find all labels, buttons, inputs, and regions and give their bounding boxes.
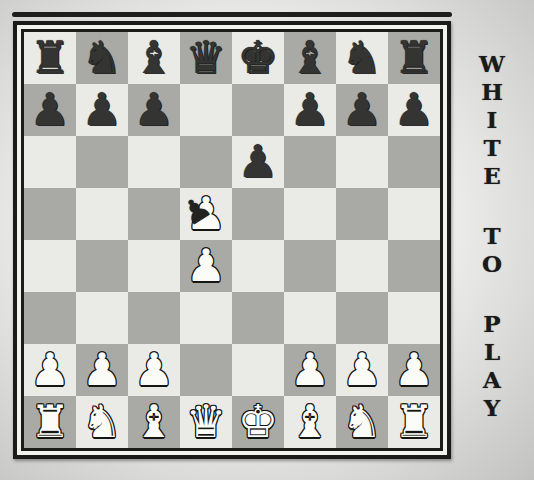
square-f4[interactable] [284, 240, 336, 292]
square-h8[interactable]: ♜ [388, 32, 440, 84]
white-knight: ♞ [76, 396, 128, 448]
square-h5[interactable] [388, 188, 440, 240]
game-screen: ♜♞♝♛♚♝♞♜♟♟♟♟♟♟♟♟♟♟♟♟♟♟♟♟♜♞♝♛♚♝♞♜ WHITETO… [0, 0, 534, 480]
square-g2[interactable]: ♟ [336, 344, 388, 396]
square-b4[interactable] [76, 240, 128, 292]
square-c6[interactable] [128, 136, 180, 188]
status-word-play: PLAY [483, 310, 501, 422]
square-c1[interactable]: ♝ [128, 396, 180, 448]
square-f8[interactable]: ♝ [284, 32, 336, 84]
square-g8[interactable]: ♞ [336, 32, 388, 84]
square-e4[interactable] [232, 240, 284, 292]
white-rook: ♜ [24, 396, 76, 448]
square-g3[interactable] [336, 292, 388, 344]
square-e7[interactable] [232, 84, 284, 136]
square-d5[interactable]: ♟♟ [180, 188, 232, 240]
square-b2[interactable]: ♟ [76, 344, 128, 396]
screen-edge-line [12, 12, 452, 17]
black-bishop: ♝ [128, 32, 180, 84]
status-letter: Y [484, 394, 500, 422]
square-h3[interactable] [388, 292, 440, 344]
status-word-to: TO [482, 222, 502, 278]
square-a3[interactable] [24, 292, 76, 344]
square-a1[interactable]: ♜ [24, 396, 76, 448]
square-b1[interactable]: ♞ [76, 396, 128, 448]
square-a2[interactable]: ♟ [24, 344, 76, 396]
square-e2[interactable] [232, 344, 284, 396]
square-f2[interactable]: ♟ [284, 344, 336, 396]
board-grid: ♜♞♝♛♚♝♞♜♟♟♟♟♟♟♟♟♟♟♟♟♟♟♟♟♜♞♝♛♚♝♞♜ [24, 32, 440, 448]
square-h1[interactable]: ♜ [388, 396, 440, 448]
square-c3[interactable] [128, 292, 180, 344]
square-g4[interactable] [336, 240, 388, 292]
square-d1[interactable]: ♛ [180, 396, 232, 448]
square-a6[interactable] [24, 136, 76, 188]
square-b8[interactable]: ♞ [76, 32, 128, 84]
status-letter: A [483, 366, 501, 394]
square-c7[interactable]: ♟ [128, 84, 180, 136]
square-d6[interactable] [180, 136, 232, 188]
status-letter: T [483, 222, 500, 250]
black-pawn: ♟ [232, 136, 284, 188]
status-letter: H [481, 78, 503, 106]
white-knight: ♞ [336, 396, 388, 448]
white-queen: ♛ [180, 396, 232, 448]
square-f3[interactable] [284, 292, 336, 344]
square-c8[interactable]: ♝ [128, 32, 180, 84]
square-a8[interactable]: ♜ [24, 32, 76, 84]
white-bishop: ♝ [128, 396, 180, 448]
square-d4[interactable]: ♟ [180, 240, 232, 292]
square-d7[interactable] [180, 84, 232, 136]
black-king: ♚ [232, 32, 284, 84]
black-rook: ♜ [24, 32, 76, 84]
square-f1[interactable]: ♝ [284, 396, 336, 448]
white-pawn: ♟ [76, 344, 128, 396]
black-knight: ♞ [76, 32, 128, 84]
chess-board-inner-border: ♜♞♝♛♚♝♞♜♟♟♟♟♟♟♟♟♟♟♟♟♟♟♟♟♜♞♝♛♚♝♞♜ [21, 29, 443, 451]
square-d8[interactable]: ♛ [180, 32, 232, 84]
square-c5[interactable] [128, 188, 180, 240]
black-bishop: ♝ [284, 32, 336, 84]
square-e5[interactable] [232, 188, 284, 240]
status-letter: E [483, 162, 501, 190]
square-g5[interactable] [336, 188, 388, 240]
black-knight: ♞ [336, 32, 388, 84]
black-pawn: ♟ [388, 84, 440, 136]
white-pawn: ♟ [180, 240, 232, 292]
square-a4[interactable] [24, 240, 76, 292]
square-d2[interactable] [180, 344, 232, 396]
square-e3[interactable] [232, 292, 284, 344]
white-pawn: ♟ [336, 344, 388, 396]
white-rook: ♜ [388, 396, 440, 448]
square-h6[interactable] [388, 136, 440, 188]
white-pawn: ♟ [24, 344, 76, 396]
square-b5[interactable] [76, 188, 128, 240]
square-b7[interactable]: ♟ [76, 84, 128, 136]
status-letter: P [483, 310, 500, 338]
square-g6[interactable] [336, 136, 388, 188]
black-rook: ♜ [388, 32, 440, 84]
status-word-white: WHITE [479, 50, 505, 190]
status-letter: L [484, 338, 500, 366]
black-pawn: ♟ [284, 84, 336, 136]
square-f7[interactable]: ♟ [284, 84, 336, 136]
white-king: ♚ [232, 396, 284, 448]
square-h2[interactable]: ♟ [388, 344, 440, 396]
black-pawn: ♟ [76, 84, 128, 136]
chess-board-frame: ♜♞♝♛♚♝♞♜♟♟♟♟♟♟♟♟♟♟♟♟♟♟♟♟♜♞♝♛♚♝♞♜ [13, 21, 451, 459]
square-a5[interactable] [24, 188, 76, 240]
white-pawn: ♟ [128, 344, 180, 396]
square-b6[interactable] [76, 136, 128, 188]
square-c2[interactable]: ♟ [128, 344, 180, 396]
square-h7[interactable]: ♟ [388, 84, 440, 136]
square-c4[interactable] [128, 240, 180, 292]
black-pawn: ♟ [336, 84, 388, 136]
black-pawn: ♟ [128, 84, 180, 136]
square-g1[interactable]: ♞ [336, 396, 388, 448]
square-f5[interactable] [284, 188, 336, 240]
status-letter: I [487, 106, 498, 134]
square-f6[interactable] [284, 136, 336, 188]
square-g7[interactable]: ♟ [336, 84, 388, 136]
white-pawn: ♟ [388, 344, 440, 396]
black-queen: ♛ [180, 32, 232, 84]
square-d3[interactable] [180, 292, 232, 344]
status-letter: T [483, 134, 500, 162]
square-e1[interactable]: ♚ [232, 396, 284, 448]
square-e6[interactable]: ♟ [232, 136, 284, 188]
square-a7[interactable]: ♟ [24, 84, 76, 136]
black-pawn: ♟ [24, 84, 76, 136]
square-b3[interactable] [76, 292, 128, 344]
square-h4[interactable] [388, 240, 440, 292]
status-letter: W [479, 50, 505, 78]
status-letter: O [482, 250, 502, 278]
square-e8[interactable]: ♚ [232, 32, 284, 84]
white-bishop: ♝ [284, 396, 336, 448]
white-pawn: ♟ [284, 344, 336, 396]
status-text: WHITETOPLAY [468, 50, 516, 422]
